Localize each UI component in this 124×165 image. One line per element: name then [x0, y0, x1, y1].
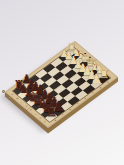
file-label: h — [11, 94, 14, 96]
rank-label: 7 — [61, 114, 64, 116]
rank-label: 1 — [107, 81, 110, 83]
rank-label: 8 — [54, 120, 57, 122]
file-label: c — [35, 113, 37, 115]
file-label: d — [30, 109, 33, 111]
file-label: g — [16, 98, 19, 100]
rank-label: 5 — [77, 103, 80, 105]
chessboard: 87654321hgfedcba — [5, 41, 118, 128]
rank-label: 4 — [84, 98, 87, 100]
file-label: b — [39, 117, 42, 119]
file-label: f — [21, 102, 23, 104]
rank-label: 2 — [99, 87, 102, 89]
rank-label: 6 — [69, 109, 72, 111]
rank-label: 3 — [92, 92, 95, 94]
photo-scene: 87654321hgfedcba ♜♟♟♜♞♟♟♞♝♟♟♝♚♟♟♚♛♟♟♛♝♟♟… — [0, 0, 124, 165]
file-label: a — [44, 121, 47, 123]
file-label: e — [25, 105, 28, 107]
